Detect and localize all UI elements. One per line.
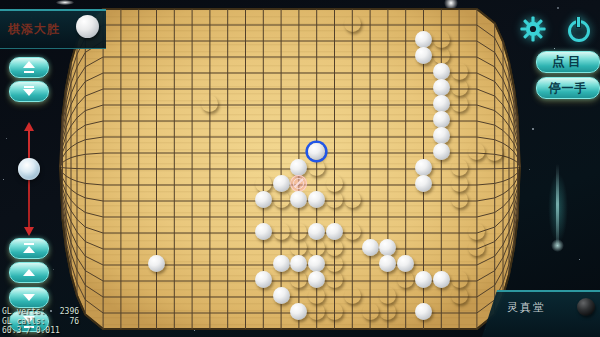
- stone-white: [326, 223, 343, 240]
- stone-white: [433, 63, 450, 80]
- stone-white: [433, 271, 450, 288]
- stone-black: [486, 144, 503, 161]
- stone-black: [290, 239, 307, 256]
- stone-white: [308, 223, 325, 240]
- stone-black: [451, 175, 468, 192]
- stone-white: [433, 111, 450, 128]
- stone-white: [255, 191, 272, 208]
- jump-down-icon: [23, 89, 35, 96]
- stone-black: [433, 47, 450, 64]
- game-screen: 棋添大胜 灵真堂 点目 停一手: [0, 0, 600, 337]
- stone-white: [433, 143, 450, 160]
- player-name-white: 棋添大胜: [8, 21, 60, 38]
- step-down-button[interactable]: [9, 287, 49, 308]
- stone-white: [148, 255, 165, 272]
- stone-black: [255, 175, 272, 192]
- stone-black: [308, 239, 325, 256]
- stone-white: [290, 255, 307, 272]
- stone-black: [308, 303, 325, 320]
- stone-black: [451, 63, 468, 80]
- player-plate-white: 棋添大胜: [0, 9, 106, 49]
- stone-black: [326, 255, 343, 272]
- stone-black: [451, 191, 468, 208]
- stone-white: [290, 159, 307, 176]
- slider-arrow-down: [24, 227, 34, 236]
- stone-black: [273, 191, 290, 208]
- step-up-icon: [23, 269, 35, 276]
- stone-white: [290, 191, 307, 208]
- stone-white: [433, 127, 450, 144]
- stone-white: [415, 303, 432, 320]
- stone-black: [451, 95, 468, 112]
- stone-black: [344, 223, 361, 240]
- stone-white: [415, 271, 432, 288]
- step-up-button[interactable]: [9, 262, 49, 283]
- stone-black: [308, 159, 325, 176]
- jump-down-button[interactable]: [9, 81, 49, 102]
- stone-black: [344, 287, 361, 304]
- stone-white-last-move: [308, 143, 325, 160]
- stone-black: [326, 303, 343, 320]
- stone-black: [344, 191, 361, 208]
- count-points-button[interactable]: 点目: [536, 51, 600, 73]
- stone-black: [468, 239, 485, 256]
- settings-button[interactable]: [519, 15, 547, 43]
- stone-black: [379, 303, 396, 320]
- power-button[interactable]: [566, 17, 590, 41]
- jump-up-button[interactable]: [9, 57, 49, 78]
- stone-black: [290, 223, 307, 240]
- forbidden-point-marker: [290, 175, 307, 192]
- jump-up-icon: [23, 61, 35, 68]
- stone-white: [273, 287, 290, 304]
- black-stone-icon: [577, 298, 595, 316]
- stone-white: [255, 223, 272, 240]
- stone-black: [397, 271, 414, 288]
- stone-white: [273, 255, 290, 272]
- stone-white: [308, 271, 325, 288]
- stone-white: [273, 175, 290, 192]
- move-slider-handle[interactable]: [18, 158, 40, 180]
- step-down-icon: [23, 294, 35, 301]
- stone-black: [326, 271, 343, 288]
- jump-first-icon: [23, 246, 35, 253]
- stone-white: [255, 271, 272, 288]
- stone-black: [308, 287, 325, 304]
- stone-black: [344, 15, 361, 32]
- stone-white: [290, 303, 307, 320]
- pass-button[interactable]: 停一手: [536, 77, 600, 99]
- stone-white: [362, 239, 379, 256]
- stone-white: [308, 191, 325, 208]
- stone-black: [379, 287, 396, 304]
- stone-white: [415, 31, 432, 48]
- stone-black: [290, 271, 307, 288]
- stone-black: [273, 223, 290, 240]
- stone-white: [433, 95, 450, 112]
- jump-first-button[interactable]: [9, 238, 49, 259]
- stone-black: [468, 223, 485, 240]
- stone-white: [415, 175, 432, 192]
- stone-black: [201, 95, 218, 112]
- stone-black: [433, 31, 450, 48]
- stone-white: [397, 255, 414, 272]
- stone-white: [415, 159, 432, 176]
- stone-white: [433, 79, 450, 96]
- stone-white: [379, 255, 396, 272]
- stone-black: [451, 287, 468, 304]
- white-stone-icon: [76, 15, 99, 38]
- stone-black: [326, 191, 343, 208]
- stone-black: [451, 79, 468, 96]
- stone-white: [379, 239, 396, 256]
- player-plate-black: 灵真堂: [481, 290, 600, 337]
- stone-black: [326, 175, 343, 192]
- gl-debug-stats: GL verts: 2396 GL calls: 76 60.3 / 0.011: [2, 307, 79, 336]
- stone-white: [415, 47, 432, 64]
- stone-black: [451, 159, 468, 176]
- stone-white: [308, 255, 325, 272]
- stone-black: [362, 303, 379, 320]
- player-name-black: 灵真堂: [507, 300, 546, 315]
- stone-black: [468, 143, 485, 160]
- gear-icon: [519, 15, 547, 43]
- stone-black: [451, 271, 468, 288]
- stone-black: [326, 239, 343, 256]
